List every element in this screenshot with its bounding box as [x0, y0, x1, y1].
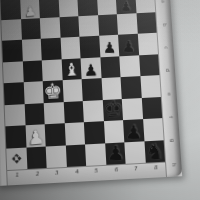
file-label-c: c — [163, 46, 168, 49]
square-e7[interactable] — [121, 76, 142, 98]
chessboard[interactable]: CHESS♟♟♟♟♝♟♚♚♟♟❖♞♟♞abcdefgh12345678 — [0, 0, 182, 186]
square-h3[interactable] — [46, 145, 67, 168]
square-g1[interactable] — [5, 125, 26, 148]
file-label-g: g — [170, 139, 175, 142]
square-f8[interactable] — [141, 97, 162, 120]
file-label-f: f — [168, 116, 173, 118]
square-c7[interactable]: ♟ — [118, 34, 139, 56]
rank-label-4: 4 — [75, 169, 79, 175]
square-d7[interactable] — [119, 55, 140, 77]
piece-black-pawn-g7[interactable]: ♟ — [124, 122, 144, 141]
square-h7[interactable] — [124, 141, 145, 164]
rank-label-5: 5 — [94, 168, 98, 174]
bottom-border-segment: 4 — [66, 166, 87, 182]
chessboard-wrap: CHESS♟♟♟♟♝♟♚♚♟♟❖♞♟♞abcdefgh12345678 — [0, 0, 182, 186]
square-f4[interactable] — [63, 101, 84, 124]
square-h1[interactable]: ❖♞ — [6, 147, 27, 170]
file-label-d: d — [165, 69, 170, 72]
square-a7[interactable]: ♟ — [116, 0, 136, 14]
square-f1[interactable] — [5, 104, 25, 127]
photo-stage: CHESS♟♟♟♟♝♟♚♚♟♟❖♞♟♞abcdefgh12345678 — [0, 0, 200, 200]
square-h2[interactable] — [26, 146, 47, 169]
emblem-knight-icon: ♞ — [14, 155, 20, 161]
square-e1[interactable] — [4, 82, 24, 104]
rank-label-1: 1 — [15, 172, 19, 178]
square-h4[interactable] — [65, 144, 86, 167]
square-g6[interactable] — [103, 120, 124, 143]
square-f2[interactable] — [24, 103, 45, 126]
square-h5[interactable] — [85, 143, 106, 166]
square-g8[interactable] — [143, 118, 164, 141]
square-g7[interactable]: ♟ — [123, 119, 144, 142]
bottom-border-segment: 6 — [106, 164, 127, 180]
square-h8[interactable]: ♞ — [144, 140, 165, 163]
rank-label-8: 8 — [154, 165, 158, 171]
square-d4[interactable]: ♝ — [61, 58, 81, 80]
square-e2[interactable] — [23, 81, 43, 103]
square-a6[interactable] — [96, 0, 116, 15]
bottom-border-segment: 7 — [126, 163, 147, 179]
board-logo-emblem: ❖♞ — [6, 147, 27, 170]
square-a1[interactable] — [0, 0, 20, 20]
square-d1[interactable] — [3, 61, 23, 83]
square-d5[interactable]: ♟ — [81, 57, 102, 79]
square-c6[interactable]: ♟ — [99, 35, 120, 57]
square-c8[interactable] — [137, 33, 158, 55]
square-b2[interactable] — [21, 18, 41, 40]
bottom-border-segment: 1 — [7, 169, 27, 185]
square-f7[interactable] — [122, 98, 143, 121]
rank-label-7: 7 — [134, 166, 138, 172]
square-f5[interactable] — [83, 100, 104, 123]
square-e4[interactable] — [62, 79, 83, 101]
bottom-border-segment: 2 — [27, 168, 47, 184]
square-d2[interactable] — [22, 60, 42, 82]
square-f3[interactable] — [44, 102, 65, 125]
square-f6[interactable]: ♚ — [102, 99, 123, 122]
square-a5[interactable] — [77, 0, 97, 16]
square-g3[interactable] — [45, 123, 66, 146]
piece-black-king-f6[interactable]: ♚ — [103, 98, 123, 120]
piece-black-knight-h8[interactable]: ♞ — [144, 140, 164, 162]
bottom-border-segment: 8 — [145, 162, 166, 178]
square-c2[interactable] — [21, 39, 41, 61]
square-b6[interactable] — [98, 14, 118, 36]
square-b3[interactable] — [40, 17, 60, 39]
piece-black-pawn-c6[interactable]: ♟ — [99, 41, 119, 56]
file-label-e: e — [166, 92, 171, 95]
square-e5[interactable] — [82, 78, 103, 100]
file-label-a: a — [160, 0, 165, 3]
piece-black-pawn-c7[interactable]: ♟ — [119, 40, 138, 55]
square-a3[interactable] — [39, 0, 59, 18]
square-c5[interactable] — [79, 36, 99, 58]
bottom-border-segment: 5 — [86, 165, 107, 181]
square-b1[interactable] — [1, 19, 21, 41]
square-g2[interactable]: ♟ — [25, 124, 46, 147]
square-e8[interactable] — [140, 75, 161, 97]
square-h6[interactable]: ♟ — [105, 142, 126, 165]
square-b8[interactable] — [136, 12, 157, 34]
file-label-b: b — [162, 23, 167, 26]
piece-white-bishop-d4[interactable]: ♝ — [61, 62, 81, 81]
square-g5[interactable] — [84, 121, 105, 144]
square-c3[interactable] — [41, 38, 61, 60]
rank-label-6: 6 — [114, 167, 118, 173]
square-d8[interactable] — [139, 54, 160, 76]
square-c1[interactable] — [2, 40, 22, 62]
bottom-border-segment: 3 — [47, 167, 67, 183]
square-e3[interactable]: ♚ — [43, 80, 64, 102]
square-d6[interactable] — [100, 56, 121, 78]
square-g4[interactable] — [64, 122, 85, 145]
square-c4[interactable] — [60, 37, 80, 59]
square-b5[interactable] — [78, 15, 98, 37]
square-b7[interactable] — [117, 13, 138, 35]
square-b4[interactable] — [59, 16, 79, 38]
square-a2[interactable]: ♟ — [20, 0, 40, 19]
rank-label-3: 3 — [55, 170, 59, 176]
file-label-h: h — [171, 163, 176, 167]
square-a4[interactable] — [58, 0, 78, 17]
square-a8[interactable] — [135, 0, 156, 13]
piece-black-pawn-a7[interactable]: ♟ — [116, 0, 135, 13]
piece-black-pawn-d5[interactable]: ♟ — [81, 62, 101, 79]
rank-label-2: 2 — [35, 171, 39, 177]
piece-white-pawn-g2[interactable]: ♟ — [25, 126, 46, 147]
piece-white-king-e3[interactable]: ♚ — [42, 80, 63, 103]
piece-black-pawn-h6[interactable]: ♟ — [105, 144, 125, 165]
